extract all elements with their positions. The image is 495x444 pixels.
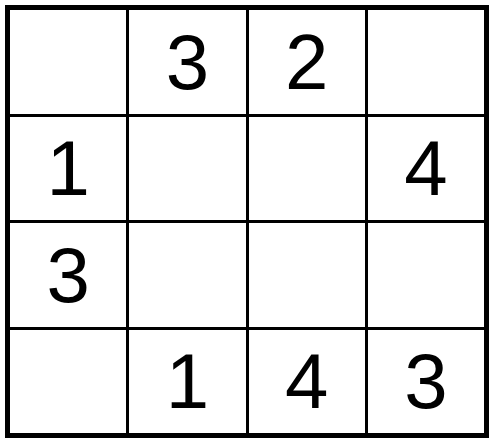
cell-r1c3[interactable]: 2 [249,10,365,114]
cell-r4c4[interactable]: 3 [368,330,484,434]
cell-r3c1[interactable]: 3 [10,223,126,327]
cell-r1c2[interactable]: 3 [129,10,245,114]
sudoku-board: 3 2 1 4 3 1 4 3 [5,5,489,438]
cell-r1c4[interactable] [368,10,484,114]
cell-r4c1[interactable] [10,330,126,434]
cell-r4c3[interactable]: 4 [249,330,365,434]
puzzle-page: 3 2 1 4 3 1 4 3 [0,0,495,444]
cell-r3c4[interactable] [368,223,484,327]
cell-r2c2[interactable] [129,117,245,221]
cell-r3c2[interactable] [129,223,245,327]
cell-r2c4[interactable]: 4 [368,117,484,221]
cell-r2c1[interactable]: 1 [10,117,126,221]
cell-r2c3[interactable] [249,117,365,221]
cell-r4c2[interactable]: 1 [129,330,245,434]
cell-r3c3[interactable] [249,223,365,327]
cell-r1c1[interactable] [10,10,126,114]
